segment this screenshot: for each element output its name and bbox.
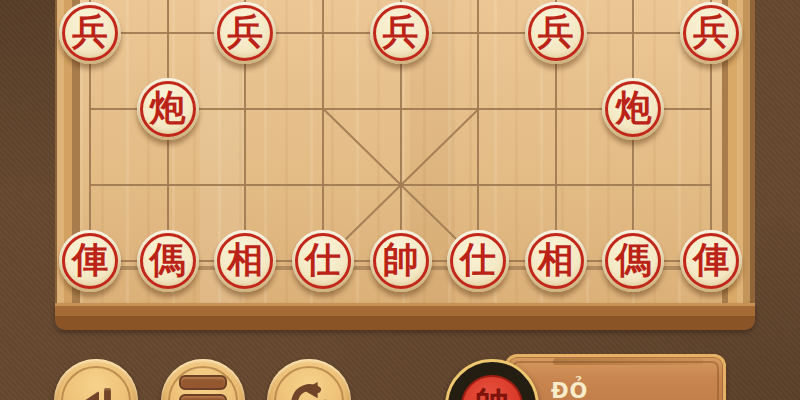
piece-glyph: 兵 [693, 14, 729, 50]
piece-glyph: 仕 [305, 242, 341, 278]
piece-glyph: 相 [538, 242, 574, 278]
piece-red-advisor[interactable]: 仕 [292, 230, 354, 292]
piece-red-cannon[interactable]: 炮 [137, 78, 199, 140]
piece-red-soldier[interactable]: 兵 [370, 2, 432, 64]
piece-glyph: 兵 [538, 14, 574, 50]
piece-glyph: 仕 [460, 242, 496, 278]
piece-glyph: 相 [227, 242, 263, 278]
undo-circular-arrow-icon [286, 380, 332, 400]
piece-red-elephant[interactable]: 相 [525, 230, 587, 292]
piece-red-advisor[interactable]: 仕 [447, 230, 509, 292]
piece-red-chariot[interactable]: 俥 [680, 230, 742, 292]
piece-glyph: 兵 [72, 14, 108, 50]
piece-red-soldier[interactable]: 兵 [59, 2, 121, 64]
piece-red-horse[interactable]: 傌 [137, 230, 199, 292]
piece-glyph: 傌 [150, 242, 186, 278]
piece-red-general[interactable]: 帥 [370, 230, 432, 292]
player-side-label: ĐỎ [551, 379, 588, 400]
piece-red-cannon[interactable]: 炮 [602, 78, 664, 140]
piece-glyph: 傌 [615, 242, 651, 278]
piece-glyph: 兵 [383, 14, 419, 50]
red-general-avatar-disc: 帥 [461, 375, 523, 400]
pieces-layer: 兵兵兵兵兵炮炮俥傌相仕帥仕相傌俥 [0, 0, 800, 400]
player-info-panel: ĐỎ [505, 354, 726, 400]
piece-glyph: 俥 [693, 242, 729, 278]
piece-glyph: 炮 [615, 90, 651, 126]
piece-red-elephant[interactable]: 相 [214, 230, 276, 292]
piece-glyph: 帥 [383, 242, 419, 278]
piece-red-chariot[interactable]: 俥 [59, 230, 121, 292]
piece-red-soldier[interactable]: 兵 [214, 2, 276, 64]
piece-glyph: 炮 [150, 90, 186, 126]
piece-red-horse[interactable]: 傌 [602, 230, 664, 292]
exit-arrow-icon [81, 388, 111, 400]
menu-bars-icon [179, 375, 227, 400]
piece-red-soldier[interactable]: 兵 [680, 2, 742, 64]
piece-glyph: 兵 [227, 14, 263, 50]
piece-glyph: 俥 [72, 242, 108, 278]
avatar-glyph: 帥 [475, 387, 509, 400]
panel-inner-border [512, 361, 719, 400]
piece-red-soldier[interactable]: 兵 [525, 2, 587, 64]
